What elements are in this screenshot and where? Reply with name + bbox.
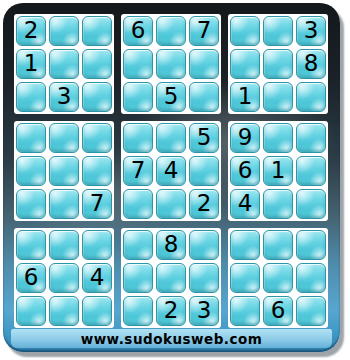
- sudoku-cell[interactable]: 2: [16, 16, 46, 46]
- sudoku-cell[interactable]: [296, 296, 326, 326]
- sudoku-cell[interactable]: [189, 156, 219, 186]
- sudoku-block: 64: [14, 228, 114, 328]
- sudoku-cell[interactable]: 7: [123, 156, 153, 186]
- sudoku-cell[interactable]: [189, 82, 219, 112]
- sudoku-cell[interactable]: [49, 49, 79, 79]
- sudoku-cell[interactable]: 2: [189, 189, 219, 219]
- sudoku-cell[interactable]: [296, 263, 326, 293]
- sudoku-cell[interactable]: 7: [82, 189, 112, 219]
- sudoku-cell[interactable]: [123, 230, 153, 260]
- sudoku-cell[interactable]: 1: [230, 82, 260, 112]
- sudoku-cell[interactable]: 2: [156, 296, 186, 326]
- sudoku-cell[interactable]: [82, 49, 112, 79]
- sudoku-cell[interactable]: [49, 189, 79, 219]
- sudoku-cell[interactable]: 1: [263, 156, 293, 186]
- sudoku-cell[interactable]: [16, 189, 46, 219]
- sudoku-cell[interactable]: 7: [189, 16, 219, 46]
- sudoku-cell[interactable]: [123, 123, 153, 153]
- sudoku-cell[interactable]: [49, 263, 79, 293]
- website-url: www.sudokusweb.com: [81, 331, 263, 347]
- sudoku-cell[interactable]: [296, 189, 326, 219]
- sudoku-cell[interactable]: [82, 16, 112, 46]
- sudoku-cell[interactable]: 3: [49, 82, 79, 112]
- sudoku-cell[interactable]: [263, 230, 293, 260]
- sudoku-cell[interactable]: [263, 16, 293, 46]
- sudoku-cell[interactable]: [230, 230, 260, 260]
- sudoku-block: 7: [14, 121, 114, 221]
- sudoku-cell[interactable]: [296, 123, 326, 153]
- footer-bar: www.sudokusweb.com: [11, 329, 332, 348]
- sudoku-cell[interactable]: [263, 49, 293, 79]
- sudoku-cell[interactable]: 3: [189, 296, 219, 326]
- sudoku-cell[interactable]: [263, 82, 293, 112]
- sudoku-cell[interactable]: 6: [230, 156, 260, 186]
- sudoku-cell[interactable]: 6: [16, 263, 46, 293]
- sudoku-cell[interactable]: [49, 230, 79, 260]
- sudoku-cell[interactable]: [189, 230, 219, 260]
- sudoku-block: 381: [228, 14, 328, 114]
- sudoku-cell[interactable]: [123, 82, 153, 112]
- sudoku-cell[interactable]: [230, 296, 260, 326]
- sudoku-block: 213: [14, 14, 114, 114]
- sudoku-cell[interactable]: [156, 16, 186, 46]
- sudoku-cell[interactable]: [16, 296, 46, 326]
- sudoku-cell[interactable]: [16, 123, 46, 153]
- sudoku-cell[interactable]: [49, 123, 79, 153]
- sudoku-cell[interactable]: 5: [189, 123, 219, 153]
- sudoku-block: 5742: [121, 121, 221, 221]
- sudoku-cell[interactable]: [82, 230, 112, 260]
- sudoku-cell[interactable]: 4: [156, 156, 186, 186]
- sudoku-cell[interactable]: [82, 82, 112, 112]
- sudoku-cell[interactable]: [49, 156, 79, 186]
- sudoku-cell[interactable]: [296, 156, 326, 186]
- sudoku-cell[interactable]: 5: [156, 82, 186, 112]
- sudoku-cell[interactable]: 8: [156, 230, 186, 260]
- sudoku-page: 213 675 381 7 5742 9614 64 823 6 www.sud…: [0, 0, 350, 360]
- sudoku-cell[interactable]: 4: [82, 263, 112, 293]
- sudoku-cell[interactable]: [82, 296, 112, 326]
- sudoku-cell[interactable]: [16, 230, 46, 260]
- sudoku-cell[interactable]: [16, 82, 46, 112]
- sudoku-cell[interactable]: 3: [296, 16, 326, 46]
- sudoku-cell[interactable]: [82, 123, 112, 153]
- sudoku-cell[interactable]: [230, 263, 260, 293]
- sudoku-board: 213 675 381 7 5742 9614 64 823 6: [14, 14, 328, 328]
- sudoku-block: 675: [121, 14, 221, 114]
- sudoku-cell[interactable]: [123, 189, 153, 219]
- sudoku-cell[interactable]: [123, 296, 153, 326]
- sudoku-cell[interactable]: 4: [230, 189, 260, 219]
- sudoku-cell[interactable]: [230, 49, 260, 79]
- sudoku-block: 823: [121, 228, 221, 328]
- sudoku-cell[interactable]: 8: [296, 49, 326, 79]
- sudoku-cell[interactable]: 6: [263, 296, 293, 326]
- sudoku-cell[interactable]: [82, 156, 112, 186]
- sudoku-cell[interactable]: [49, 16, 79, 46]
- sudoku-cell[interactable]: 6: [123, 16, 153, 46]
- sudoku-cell[interactable]: [156, 123, 186, 153]
- board-frame: 213 675 381 7 5742 9614 64 823 6 www.sud…: [3, 3, 340, 352]
- sudoku-cell[interactable]: [263, 189, 293, 219]
- sudoku-cell[interactable]: [230, 16, 260, 46]
- sudoku-cell[interactable]: [296, 82, 326, 112]
- sudoku-cell[interactable]: 9: [230, 123, 260, 153]
- sudoku-block: 6: [228, 228, 328, 328]
- sudoku-cell[interactable]: [49, 296, 79, 326]
- sudoku-cell[interactable]: [263, 123, 293, 153]
- sudoku-cell[interactable]: [189, 49, 219, 79]
- sudoku-cell[interactable]: [263, 263, 293, 293]
- sudoku-block: 9614: [228, 121, 328, 221]
- sudoku-cell[interactable]: [123, 263, 153, 293]
- sudoku-cell[interactable]: [156, 263, 186, 293]
- sudoku-cell[interactable]: [296, 230, 326, 260]
- sudoku-cell[interactable]: [156, 189, 186, 219]
- sudoku-cell[interactable]: [189, 263, 219, 293]
- sudoku-cell[interactable]: [16, 156, 46, 186]
- sudoku-cell[interactable]: [156, 49, 186, 79]
- sudoku-cell[interactable]: 1: [16, 49, 46, 79]
- sudoku-cell[interactable]: [123, 49, 153, 79]
